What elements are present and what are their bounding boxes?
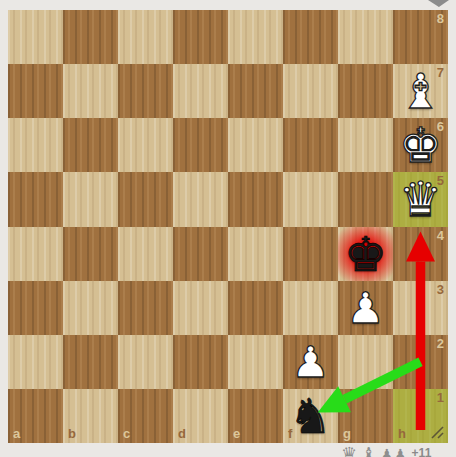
- square-f3[interactable]: [283, 281, 338, 335]
- square-c6[interactable]: [118, 118, 173, 172]
- square-a7[interactable]: [8, 64, 63, 118]
- square-b3[interactable]: [63, 281, 118, 335]
- square-b4[interactable]: [63, 227, 118, 281]
- square-e4[interactable]: [228, 227, 283, 281]
- rank-label-2: 2: [437, 337, 444, 350]
- square-a5[interactable]: [8, 172, 63, 226]
- square-a6[interactable]: [8, 118, 63, 172]
- square-e7[interactable]: [228, 64, 283, 118]
- square-b2[interactable]: [63, 335, 118, 389]
- square-c5[interactable]: [118, 172, 173, 226]
- black-knight-f1[interactable]: ♞: [283, 389, 338, 443]
- square-d3[interactable]: [173, 281, 228, 335]
- square-a1[interactable]: a: [8, 389, 63, 443]
- square-f5[interactable]: [283, 172, 338, 226]
- black-king-g4[interactable]: ♚: [338, 227, 393, 281]
- square-g6[interactable]: [338, 118, 393, 172]
- square-f4[interactable]: [283, 227, 338, 281]
- rank-label-3: 3: [437, 283, 444, 296]
- square-h3[interactable]: 3: [393, 281, 448, 335]
- square-f6[interactable]: [283, 118, 338, 172]
- square-a3[interactable]: [8, 281, 63, 335]
- white-pawn-g3[interactable]: ♟: [338, 281, 393, 335]
- square-h8[interactable]: 8: [393, 10, 448, 64]
- square-d5[interactable]: [173, 172, 228, 226]
- material-score: +11: [412, 446, 432, 457]
- file-label-d: d: [178, 427, 186, 440]
- square-h4[interactable]: 4: [393, 227, 448, 281]
- square-c7[interactable]: [118, 64, 173, 118]
- material-pawn-icon: ♟: [380, 446, 393, 457]
- material-queen-icon: ♛: [341, 446, 357, 457]
- material-bishop-icon: ♝: [361, 446, 375, 457]
- square-d7[interactable]: [173, 64, 228, 118]
- file-label-e: e: [233, 427, 240, 440]
- square-e8[interactable]: [228, 10, 283, 64]
- square-g2[interactable]: [338, 335, 393, 389]
- square-d4[interactable]: [173, 227, 228, 281]
- square-d8[interactable]: [173, 10, 228, 64]
- square-e1[interactable]: e: [228, 389, 283, 443]
- white-queen-h5[interactable]: ♛: [393, 172, 448, 226]
- square-b7[interactable]: [63, 64, 118, 118]
- square-a4[interactable]: [8, 227, 63, 281]
- square-b6[interactable]: [63, 118, 118, 172]
- square-f7[interactable]: [283, 64, 338, 118]
- square-d1[interactable]: d: [173, 389, 228, 443]
- square-e5[interactable]: [228, 172, 283, 226]
- white-pawn-f2[interactable]: ♟: [283, 335, 338, 389]
- square-g8[interactable]: [338, 10, 393, 64]
- rank-label-4: 4: [437, 229, 444, 242]
- square-c1[interactable]: c: [118, 389, 173, 443]
- page: 8765432abcdefg1h ♝♚♛♚♟♟♞ ♛♝♟♟+11: [0, 0, 456, 457]
- file-label-g: g: [343, 427, 351, 440]
- square-f8[interactable]: [283, 10, 338, 64]
- square-h2[interactable]: 2: [393, 335, 448, 389]
- square-d2[interactable]: [173, 335, 228, 389]
- file-label-c: c: [123, 427, 130, 440]
- material-pawn-icon: ♟: [394, 446, 407, 457]
- square-c2[interactable]: [118, 335, 173, 389]
- square-b5[interactable]: [63, 172, 118, 226]
- rank-label-8: 8: [437, 12, 444, 25]
- square-a8[interactable]: [8, 10, 63, 64]
- square-b1[interactable]: b: [63, 389, 118, 443]
- square-e6[interactable]: [228, 118, 283, 172]
- board-resize-handle-icon[interactable]: [430, 425, 445, 440]
- square-c4[interactable]: [118, 227, 173, 281]
- file-label-a: a: [13, 427, 20, 440]
- square-g1[interactable]: g: [338, 389, 393, 443]
- square-c8[interactable]: [118, 10, 173, 64]
- square-e2[interactable]: [228, 335, 283, 389]
- material-advantage: ♛♝♟♟+11: [341, 446, 431, 457]
- white-bishop-h7[interactable]: ♝: [393, 64, 448, 118]
- white-king-h6[interactable]: ♚: [393, 118, 448, 172]
- truncated-icon-fragment: [428, 0, 449, 7]
- file-label-b: b: [68, 427, 76, 440]
- square-g7[interactable]: [338, 64, 393, 118]
- square-e3[interactable]: [228, 281, 283, 335]
- square-b8[interactable]: [63, 10, 118, 64]
- square-a2[interactable]: [8, 335, 63, 389]
- square-g5[interactable]: [338, 172, 393, 226]
- square-d6[interactable]: [173, 118, 228, 172]
- square-c3[interactable]: [118, 281, 173, 335]
